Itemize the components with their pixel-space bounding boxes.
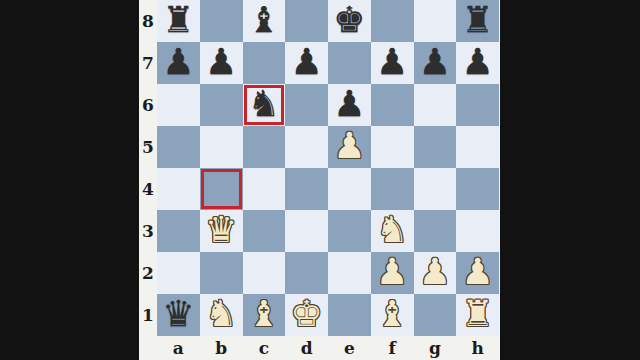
square-h1[interactable]: ♜ (456, 294, 499, 336)
square-c3[interactable] (243, 210, 286, 252)
square-c7[interactable] (243, 42, 286, 84)
rank-label-2: 2 (139, 252, 157, 294)
rank-label-3: 3 (139, 210, 157, 252)
square-d1[interactable]: ♚ (285, 294, 328, 336)
piece-black-pawn: ♟ (333, 86, 365, 122)
square-e7[interactable] (328, 42, 371, 84)
square-b5[interactable] (200, 126, 243, 168)
file-label-d: d (285, 336, 328, 360)
piece-white-king: ♚ (290, 296, 322, 332)
square-b3[interactable]: ♛ (200, 210, 243, 252)
square-f8[interactable] (371, 0, 414, 42)
square-a1[interactable]: ♛ (157, 294, 200, 336)
square-d7[interactable]: ♟ (285, 42, 328, 84)
square-g8[interactable] (414, 0, 457, 42)
square-e4[interactable] (328, 168, 371, 210)
square-b2[interactable] (200, 252, 243, 294)
square-e2[interactable] (328, 252, 371, 294)
square-g2[interactable]: ♟ (414, 252, 457, 294)
piece-black-pawn: ♟ (419, 44, 451, 80)
piece-white-knight: ♞ (205, 296, 237, 332)
piece-white-knight: ♞ (376, 212, 408, 248)
piece-white-pawn: ♟ (376, 254, 408, 290)
piece-black-pawn: ♟ (290, 44, 322, 80)
file-label-b: b (200, 336, 243, 360)
square-a5[interactable] (157, 126, 200, 168)
piece-white-pawn: ♟ (333, 128, 365, 164)
piece-black-rook: ♜ (461, 2, 493, 38)
square-a3[interactable] (157, 210, 200, 252)
square-h4[interactable] (456, 168, 499, 210)
piece-black-knight: ♞ (248, 86, 280, 122)
piece-white-rook: ♜ (461, 296, 493, 332)
square-h2[interactable]: ♟ (456, 252, 499, 294)
file-label-h: h (456, 336, 499, 360)
piece-black-king: ♚ (333, 2, 365, 38)
square-g4[interactable] (414, 168, 457, 210)
square-h3[interactable] (456, 210, 499, 252)
square-d6[interactable] (285, 84, 328, 126)
file-labels: abcdefgh (157, 336, 499, 360)
piece-black-queen: ♛ (162, 296, 194, 332)
square-d4[interactable] (285, 168, 328, 210)
piece-black-pawn: ♟ (376, 44, 408, 80)
piece-white-queen: ♛ (205, 212, 237, 248)
rank-label-6: 6 (139, 84, 157, 126)
rank-labels: 87654321 (139, 0, 157, 336)
piece-black-bishop: ♝ (248, 2, 280, 38)
square-g7[interactable]: ♟ (414, 42, 457, 84)
square-g6[interactable] (414, 84, 457, 126)
square-c4[interactable] (243, 168, 286, 210)
piece-white-bishop: ♝ (376, 296, 408, 332)
file-label-e: e (328, 336, 371, 360)
square-h7[interactable]: ♟ (456, 42, 499, 84)
rank-label-4: 4 (139, 168, 157, 210)
square-e5[interactable]: ♟ (328, 126, 371, 168)
square-b7[interactable]: ♟ (200, 42, 243, 84)
square-a2[interactable] (157, 252, 200, 294)
piece-black-pawn: ♟ (162, 44, 194, 80)
piece-black-rook: ♜ (162, 2, 194, 38)
piece-white-pawn: ♟ (419, 254, 451, 290)
square-a7[interactable]: ♟ (157, 42, 200, 84)
file-label-f: f (371, 336, 414, 360)
square-c5[interactable] (243, 126, 286, 168)
square-f4[interactable] (371, 168, 414, 210)
square-f5[interactable] (371, 126, 414, 168)
board-frame: 87654321 ♜♝♚♜♟♟♟♟♟♟♞♟♟♛♞♟♟♟♛♞♝♚♝♜ abcdef… (139, 0, 500, 360)
square-a4[interactable] (157, 168, 200, 210)
square-d2[interactable] (285, 252, 328, 294)
piece-white-pawn: ♟ (461, 254, 493, 290)
file-label-c: c (243, 336, 286, 360)
square-a6[interactable] (157, 84, 200, 126)
square-e3[interactable] (328, 210, 371, 252)
square-h8[interactable]: ♜ (456, 0, 499, 42)
piece-black-pawn: ♟ (205, 44, 237, 80)
square-b6[interactable] (200, 84, 243, 126)
square-c2[interactable] (243, 252, 286, 294)
square-c8[interactable]: ♝ (243, 0, 286, 42)
square-e8[interactable]: ♚ (328, 0, 371, 42)
square-d5[interactable] (285, 126, 328, 168)
square-f3[interactable]: ♞ (371, 210, 414, 252)
square-h5[interactable] (456, 126, 499, 168)
rank-label-7: 7 (139, 42, 157, 84)
file-label-g: g (414, 336, 457, 360)
square-g1[interactable] (414, 294, 457, 336)
square-f7[interactable]: ♟ (371, 42, 414, 84)
piece-black-pawn: ♟ (461, 44, 493, 80)
square-c6[interactable]: ♞ (243, 84, 286, 126)
square-b8[interactable] (200, 0, 243, 42)
square-b1[interactable]: ♞ (200, 294, 243, 336)
square-f2[interactable]: ♟ (371, 252, 414, 294)
chess-board: ♜♝♚♜♟♟♟♟♟♟♞♟♟♛♞♟♟♟♛♞♝♚♝♜ (157, 0, 499, 336)
square-d3[interactable] (285, 210, 328, 252)
square-d8[interactable] (285, 0, 328, 42)
square-e1[interactable] (328, 294, 371, 336)
square-e6[interactable]: ♟ (328, 84, 371, 126)
square-g3[interactable] (414, 210, 457, 252)
file-label-a: a (157, 336, 200, 360)
rank-label-5: 5 (139, 126, 157, 168)
square-f1[interactable]: ♝ (371, 294, 414, 336)
rank-label-1: 1 (139, 294, 157, 336)
square-c1[interactable]: ♝ (243, 294, 286, 336)
rank-label-8: 8 (139, 0, 157, 42)
square-h6[interactable] (456, 84, 499, 126)
square-g5[interactable] (414, 126, 457, 168)
square-b4[interactable] (200, 168, 243, 210)
square-f6[interactable] (371, 84, 414, 126)
piece-white-bishop: ♝ (248, 296, 280, 332)
square-a8[interactable]: ♜ (157, 0, 200, 42)
